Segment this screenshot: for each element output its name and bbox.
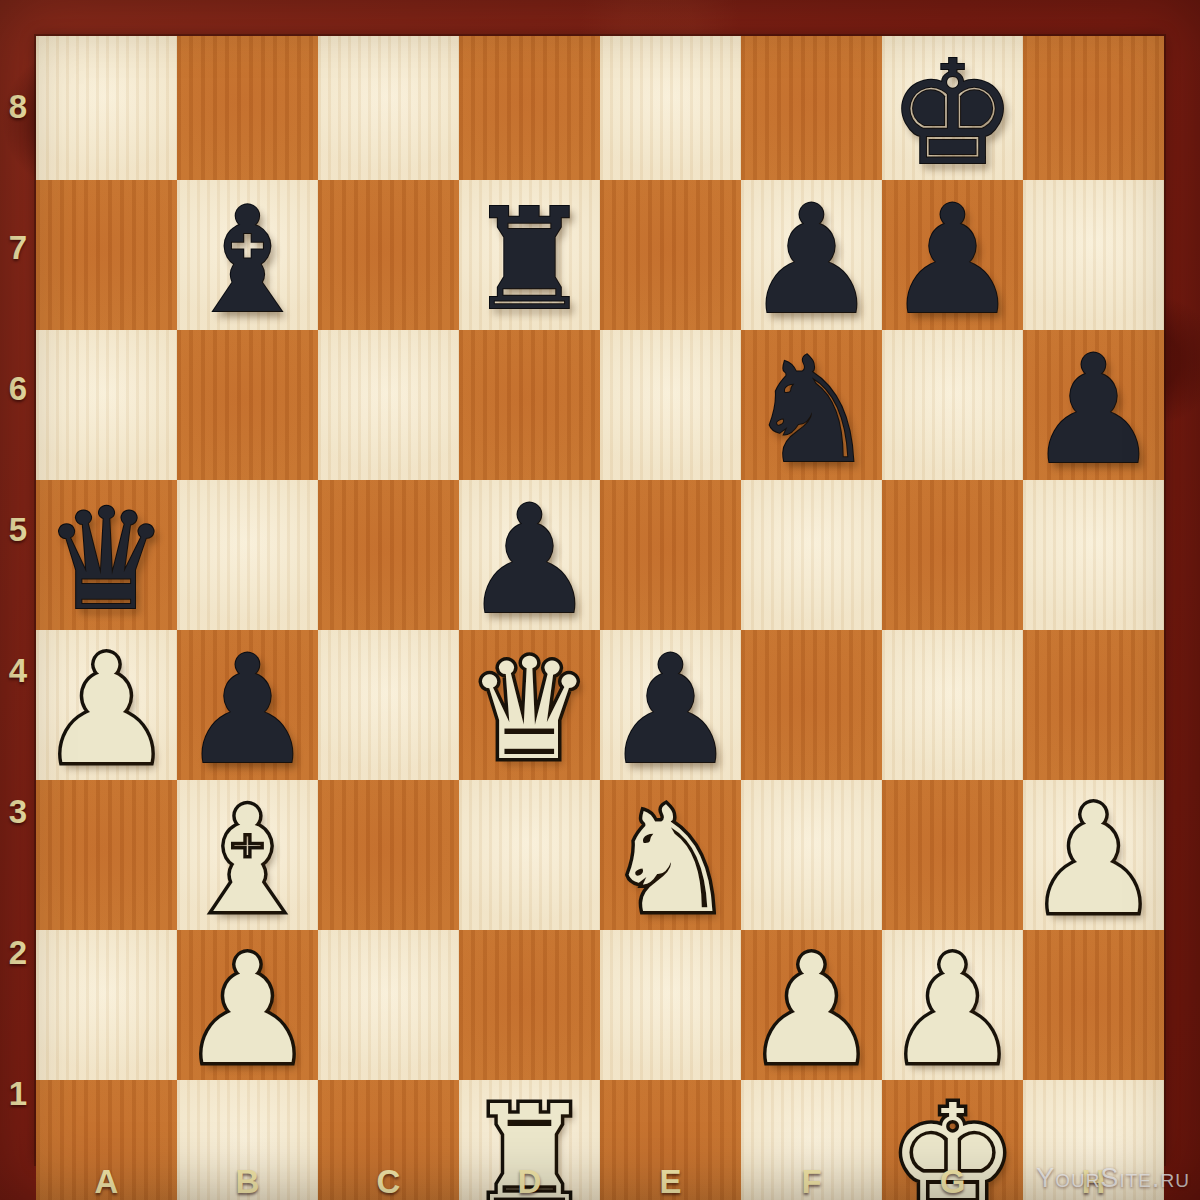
file-label-c: C [318, 1164, 459, 1200]
piece-black-rook-d7: ♜ [467, 190, 593, 330]
square-d5: ♟ [459, 480, 600, 630]
square-b5 [177, 480, 318, 630]
piece-white-bishop-b3: ♝ [182, 787, 313, 933]
square-a7 [36, 180, 177, 330]
square-g4 [882, 630, 1023, 780]
piece-black-knight-f6: ♞ [746, 337, 877, 483]
square-f6: ♞ [741, 330, 882, 480]
piece-black-bishop-b7: ♝ [182, 187, 313, 333]
square-f8 [741, 36, 882, 180]
board-frame: ♚♝♜♟♟♞♟♛♟♟♟♛♟♝♞♟♟♟♟♜♚ 87654321ABCDEFGH Y… [0, 0, 1200, 1200]
rank-label-5: 5 [0, 459, 36, 600]
rank-label-6: 6 [0, 318, 36, 459]
square-e7 [600, 180, 741, 330]
square-c5 [318, 480, 459, 630]
piece-white-pawn-a4: ♟ [39, 635, 173, 785]
file-label-d: D [459, 1164, 600, 1200]
square-c7 [318, 180, 459, 330]
piece-white-pawn-f2: ♟ [744, 935, 878, 1085]
square-d2 [459, 930, 600, 1080]
file-label-b: B [177, 1164, 318, 1200]
piece-black-pawn-b4: ♟ [180, 635, 314, 785]
piece-black-pawn-d5: ♟ [462, 485, 596, 635]
square-a5: ♛ [36, 480, 177, 630]
piece-white-pawn-g2: ♟ [885, 935, 1019, 1085]
square-a8 [36, 36, 177, 180]
square-a3 [36, 780, 177, 930]
square-g5 [882, 480, 1023, 630]
square-b8 [177, 36, 318, 180]
square-a6 [36, 330, 177, 480]
square-g7: ♟ [882, 180, 1023, 330]
piece-black-pawn-f7: ♟ [744, 185, 878, 335]
square-a2 [36, 930, 177, 1080]
square-c8 [318, 36, 459, 180]
piece-black-pawn-h6: ♟ [1026, 335, 1160, 485]
rank-label-7: 7 [0, 177, 36, 318]
square-g6 [882, 330, 1023, 480]
square-d8 [459, 36, 600, 180]
square-h6: ♟ [1023, 330, 1164, 480]
square-d6 [459, 330, 600, 480]
square-f7: ♟ [741, 180, 882, 330]
square-h5 [1023, 480, 1164, 630]
piece-white-pawn-h3: ♟ [1026, 785, 1160, 935]
rank-label-4: 4 [0, 600, 36, 741]
square-f2: ♟ [741, 930, 882, 1080]
piece-white-pawn-b2: ♟ [180, 935, 314, 1085]
square-g8: ♚ [882, 36, 1023, 180]
piece-black-pawn-e4: ♟ [603, 635, 737, 785]
square-c4 [318, 630, 459, 780]
square-e2 [600, 930, 741, 1080]
square-g2: ♟ [882, 930, 1023, 1080]
square-c2 [318, 930, 459, 1080]
square-h4 [1023, 630, 1164, 780]
piece-black-king-g8: ♚ [888, 41, 1017, 185]
square-e5 [600, 480, 741, 630]
square-d4: ♛ [459, 630, 600, 780]
piece-black-queen-a5: ♛ [44, 490, 170, 630]
file-label-e: E [600, 1164, 741, 1200]
rank-label-2: 2 [0, 882, 36, 1023]
rank-label-1: 1 [0, 1023, 36, 1164]
square-e6 [600, 330, 741, 480]
piece-white-knight-e3: ♞ [605, 787, 736, 933]
file-label-f: F [741, 1164, 882, 1200]
file-label-a: A [36, 1164, 177, 1200]
square-e3: ♞ [600, 780, 741, 930]
rank-label-3: 3 [0, 741, 36, 882]
square-b6 [177, 330, 318, 480]
square-c3 [318, 780, 459, 930]
square-b2: ♟ [177, 930, 318, 1080]
square-b4: ♟ [177, 630, 318, 780]
watermark: YourSite.ru [1036, 1163, 1190, 1194]
square-f4 [741, 630, 882, 780]
square-f3 [741, 780, 882, 930]
square-b7: ♝ [177, 180, 318, 330]
square-h8 [1023, 36, 1164, 180]
chess-board: ♚♝♜♟♟♞♟♛♟♟♟♛♟♝♞♟♟♟♟♜♚ [36, 36, 1164, 1164]
piece-black-pawn-g7: ♟ [885, 185, 1019, 335]
square-h3: ♟ [1023, 780, 1164, 930]
square-e4: ♟ [600, 630, 741, 780]
rank-label-8: 8 [0, 36, 36, 177]
square-h2 [1023, 930, 1164, 1080]
piece-white-queen-d4: ♛ [467, 640, 593, 780]
file-label-g: G [882, 1164, 1023, 1200]
square-d7: ♜ [459, 180, 600, 330]
square-d3 [459, 780, 600, 930]
square-a4: ♟ [36, 630, 177, 780]
square-e8 [600, 36, 741, 180]
square-f5 [741, 480, 882, 630]
square-h7 [1023, 180, 1164, 330]
square-b3: ♝ [177, 780, 318, 930]
square-g3 [882, 780, 1023, 930]
square-c6 [318, 330, 459, 480]
